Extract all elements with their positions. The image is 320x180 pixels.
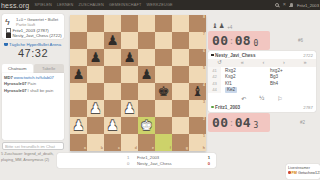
black-player-row[interactable]: Nesty_Javi_Chess 2722 (208, 51, 316, 59)
white-tournament-rank: #2 (300, 120, 305, 125)
crosstable-total: 0 (208, 161, 210, 166)
black-pawn: ♟ (138, 66, 155, 83)
top-navbar: hess.org SpielenLernenZuschauenGemeinsch… (0, 0, 320, 10)
board-square-c1[interactable]: c (104, 134, 121, 151)
notifications-icon[interactable] (289, 3, 294, 8)
board-square-g6[interactable] (172, 49, 189, 66)
board-square-h2[interactable]: 2 (189, 117, 206, 134)
board-square-a8[interactable] (70, 15, 87, 32)
file-label-d: d (135, 147, 137, 151)
white-pawn: ♟ (70, 117, 87, 134)
streamer-entry[interactable]: FM Getachew123 (288, 171, 318, 175)
black-clock-seconds: 08 (235, 33, 251, 48)
rank-label-6: 6 (203, 50, 205, 54)
board-square-f6[interactable] (155, 49, 172, 66)
online-dot (211, 106, 214, 109)
file-label-a: a (84, 147, 86, 151)
chat-username: Hyrosule07 (4, 88, 27, 93)
tournament-clock: 47:32 (2, 47, 64, 59)
board-square-e7[interactable] (138, 32, 155, 49)
board-square-c5[interactable] (104, 66, 121, 83)
control-prev-icon[interactable]: ‹ (262, 60, 264, 66)
board-square-c4[interactable] (104, 83, 121, 100)
navbar-right: × Fritz1_2003 (275, 0, 319, 10)
board-square-a5[interactable]: ♟ (70, 66, 87, 83)
logged-in-username[interactable]: Fritz1_2003 (297, 3, 319, 8)
board-square-c2[interactable]: ♟ (104, 117, 121, 134)
chat-tabs: ChatraumTabelle (2, 64, 64, 73)
fm-title-badge: FM (292, 171, 297, 175)
file-label-c: c (118, 147, 120, 151)
move-san: Ke2 (225, 87, 237, 93)
move-controls: ↺«‹›» (208, 59, 316, 67)
control-flip-icon[interactable]: ↺ (217, 60, 222, 66)
tab-chatraum[interactable]: Chatraum (2, 64, 33, 73)
control-last-icon[interactable]: » (304, 60, 307, 66)
white-player-name: Fritz1_2003 (215, 105, 240, 110)
board-square-d7[interactable] (121, 32, 138, 49)
game-panel: Nesty_Javi_Chess 2722 ↺«‹›» 41Rxg2hxg2+4… (208, 51, 316, 112)
rank-label-8: 8 (203, 16, 205, 20)
rank-label-5: 5 (203, 67, 205, 71)
board-square-c7[interactable]: ♟ (104, 32, 121, 49)
board-square-a1[interactable]: a (70, 134, 87, 151)
board-square-e3[interactable] (138, 100, 155, 117)
white-pawn: ♟ (87, 100, 104, 117)
board-square-b2[interactable] (87, 117, 104, 134)
challenges-icon[interactable]: × (283, 2, 286, 8)
board-square-h4[interactable]: ♝4 (189, 83, 206, 100)
spectators-list: 5 Zuschauer: legend_of_death, playing_MM… (1, 152, 56, 163)
search-icon[interactable] (275, 3, 280, 8)
tab-tabelle[interactable]: Tabelle (34, 64, 65, 73)
rank-label-3: 3 (203, 101, 205, 105)
game-meta-card: ϟ 1+0 • Gewertet • Bullet Partie läuft F… (2, 14, 64, 39)
black-player-line[interactable]: Nesty_Javi_Chess (2722) (6, 33, 62, 38)
game-actions: ↶½⚐ (208, 93, 316, 103)
move-list: 41Rxg2hxg2+42Kxg2Bg343Kf1Bh444Ke2 (208, 67, 316, 93)
white-clock: 00 : 04 3 (208, 113, 270, 132)
board-square-h7[interactable]: 7 (189, 32, 206, 49)
crosstable: 1Fritz1_200310Nesty_Javi_Chess0 (57, 153, 216, 168)
white-pawn: ♟ (121, 100, 138, 117)
move-san: Bg3 (270, 74, 278, 79)
black-pawn: ♟ (87, 49, 104, 66)
clock-separator: : (229, 118, 234, 128)
crosstable-player-name[interactable]: Fritz1_2003 (137, 155, 208, 160)
streamer-name: Getachew123 (298, 171, 320, 175)
white-clock-minutes: 00 (212, 115, 228, 130)
resign-button[interactable]: ⚐ (277, 95, 282, 102)
board-square-b7[interactable] (87, 32, 104, 49)
crosstable-player-name[interactable]: Nesty_Javi_Chess (137, 161, 208, 166)
board-square-g5[interactable] (172, 66, 189, 83)
move-san: Rxg2 (225, 68, 236, 73)
board-square-h1[interactable]: 1h (189, 134, 206, 151)
nav-menu: SpielenLernenZuschauenGemeinschaftWerkze… (34, 3, 172, 7)
board-square-g8[interactable] (172, 15, 189, 32)
board-square-b3[interactable]: ♟ (87, 100, 104, 117)
board-square-b6[interactable]: ♟ (87, 49, 104, 66)
board-square-f5[interactable] (155, 66, 172, 83)
board-square-d5[interactable] (121, 66, 138, 83)
board-square-d8[interactable] (121, 15, 138, 32)
board-square-h6[interactable]: 6 (189, 49, 206, 66)
crosstable-result: 0 (127, 161, 137, 166)
rank-label-2: 2 (203, 118, 205, 122)
white-player-rating: 2787 (303, 105, 313, 110)
board-square-g3[interactable] (172, 100, 189, 117)
black-pawn: ♟ (121, 49, 138, 66)
chat-card: MD7www.twitch.tv/fulab07Hyrosule07PainHy… (2, 73, 64, 140)
chat-text: I shall be pain (28, 88, 54, 93)
chat-message: Hyrosule07I shall be pain (4, 88, 62, 95)
board-square-b4[interactable] (87, 83, 104, 100)
game-status-label: Partie läuft (16, 22, 35, 27)
black-color-icon (6, 33, 11, 38)
board-square-d3[interactable]: ♟ (121, 100, 138, 117)
board-square-f2[interactable] (155, 117, 172, 134)
move-san: Kxg2 (225, 74, 235, 79)
board-square-h3[interactable]: 3 (189, 100, 206, 117)
file-label-e: e (152, 147, 154, 151)
black-pawn: ♟ (104, 32, 121, 49)
board-square-e5[interactable]: ♟ (138, 66, 155, 83)
board-square-d2[interactable] (121, 117, 138, 134)
board-square-h8[interactable]: 8 (189, 15, 206, 32)
board-square-e1[interactable]: e (138, 134, 155, 151)
white-player-line[interactable]: Fritz1_2003 (2787) (6, 28, 49, 33)
white-player-row[interactable]: Fritz1_2003 2787 (208, 103, 316, 111)
board-square-b1[interactable]: b (87, 134, 104, 151)
white-color-icon (6, 28, 11, 33)
material-advantage: ♝♟+4 (212, 23, 232, 30)
move-san: Kf1 (225, 81, 232, 86)
board-square-g1[interactable]: g (172, 134, 189, 151)
white-clock-tenths: 3 (253, 121, 258, 130)
captured-pawn-icon: ♟ (219, 23, 225, 30)
crosstable-row: 0Nesty_Javi_Chess0 (57, 161, 216, 168)
board-square-f8[interactable] (155, 15, 172, 32)
board-square-g7[interactable] (172, 32, 189, 49)
chat-username: Hyrosule07 (4, 81, 27, 86)
board-square-g2[interactable] (172, 117, 189, 134)
white-king: ♚ (138, 117, 155, 134)
crosstable-result: 1 (127, 155, 137, 160)
file-label-b: b (101, 147, 103, 151)
material-advantage-value: +4 (227, 25, 232, 30)
board-square-d6[interactable]: ♟ (121, 49, 138, 66)
board-square-f3[interactable] (155, 100, 172, 117)
chat-text[interactable]: www.twitch.tv/fulab07 (14, 75, 54, 80)
captured-bishop-icon: ♝ (212, 23, 218, 30)
rank-label-1: 1 (203, 135, 205, 139)
file-label-h: h (203, 147, 205, 151)
chat-input[interactable] (2, 142, 64, 150)
nav-item-spielen[interactable]: Spielen (34, 3, 51, 7)
rank-label-4: 4 (203, 84, 205, 88)
file-label-f: f (170, 147, 171, 151)
board-square-e6[interactable] (138, 49, 155, 66)
black-clock: 00 : 08 0 (208, 31, 270, 50)
white-pawn: ♟ (104, 117, 121, 134)
board-square-a6[interactable] (70, 49, 87, 66)
board-square-c6[interactable] (104, 49, 121, 66)
move-san: Bh4 (270, 81, 278, 86)
chat-text: Pain (28, 81, 36, 86)
black-king: ♚ (155, 83, 172, 100)
black-clock-minutes: 00 (212, 33, 228, 48)
board-square-c8[interactable] (104, 15, 121, 32)
streamer-box[interactable]: Livestreamer FM Getachew123 (286, 164, 320, 179)
control-next-icon[interactable]: › (283, 60, 285, 66)
black-pawn: ♟ (70, 66, 87, 83)
board-square-a4[interactable] (70, 83, 87, 100)
black-tournament-rank: #6 (298, 38, 303, 43)
board-square-f1[interactable]: f (155, 134, 172, 151)
chat-messages: MD7www.twitch.tv/fulab07Hyrosule07PainHy… (2, 73, 64, 96)
crosstable-total: 1 (208, 155, 210, 160)
clock-separator: : (229, 36, 234, 46)
board-square-e4[interactable] (138, 83, 155, 100)
control-first-icon[interactable]: « (241, 60, 244, 66)
nav-item-gemeinschaft[interactable]: Gemeinschaft (109, 3, 142, 7)
app-window: hess.org SpielenLernenZuschauenGemeinsch… (0, 0, 320, 180)
rank-label-7: 7 (203, 33, 205, 37)
board-square-b5[interactable] (87, 66, 104, 83)
board-square-a2[interactable]: ♟ (70, 117, 87, 134)
board-square-f7[interactable] (155, 32, 172, 49)
board-square-d4[interactable] (121, 83, 138, 100)
draw-button[interactable]: ½ (259, 95, 264, 101)
move-san: hxg2+ (270, 68, 283, 73)
black-clock-tenths: 0 (253, 39, 258, 48)
board-square-g4[interactable] (172, 83, 189, 100)
black-player-name: Nesty_Javi_Chess (215, 53, 255, 58)
bullet-icon: ϟ (5, 18, 10, 27)
board-square-f4[interactable]: ♚ (155, 83, 172, 100)
board-square-a7[interactable] (70, 32, 87, 49)
time-control-label: 1+0 • Gewertet • Bullet (16, 17, 58, 22)
nav-item-werkzeuge[interactable]: Werkzeuge (147, 3, 173, 7)
chat-username: MD7 (4, 75, 13, 80)
board-square-h5[interactable]: 5 (189, 66, 206, 83)
board-square-d1[interactable]: d (121, 134, 138, 151)
black-player-rating: 2722 (303, 53, 313, 58)
file-label-g: g (186, 147, 188, 151)
streamer-box-title: Livestreamer (288, 166, 318, 170)
board-square-a3[interactable] (70, 100, 87, 117)
takeback-button[interactable]: ↶ (241, 95, 246, 102)
nav-item-zuschauen[interactable]: Zuschauen (79, 3, 104, 7)
nav-item-lernen[interactable]: Lernen (57, 3, 74, 7)
white-clock-seconds: 04 (235, 115, 251, 130)
board-square-e2[interactable]: ♚ (138, 117, 155, 134)
board-square-c3[interactable] (104, 100, 121, 117)
board-square-b8[interactable] (87, 15, 104, 32)
trophy-icon (4, 43, 8, 46)
black-color-dot (211, 54, 214, 57)
chess-board: 8♟7♟♟6♟♟5♚♝4♟♟3♟♟♚2abcdefg1h (70, 15, 206, 151)
live-dot-icon (288, 171, 291, 174)
site-logo[interactable]: hess.org (1, 2, 29, 9)
board-square-e8[interactable] (138, 15, 155, 32)
